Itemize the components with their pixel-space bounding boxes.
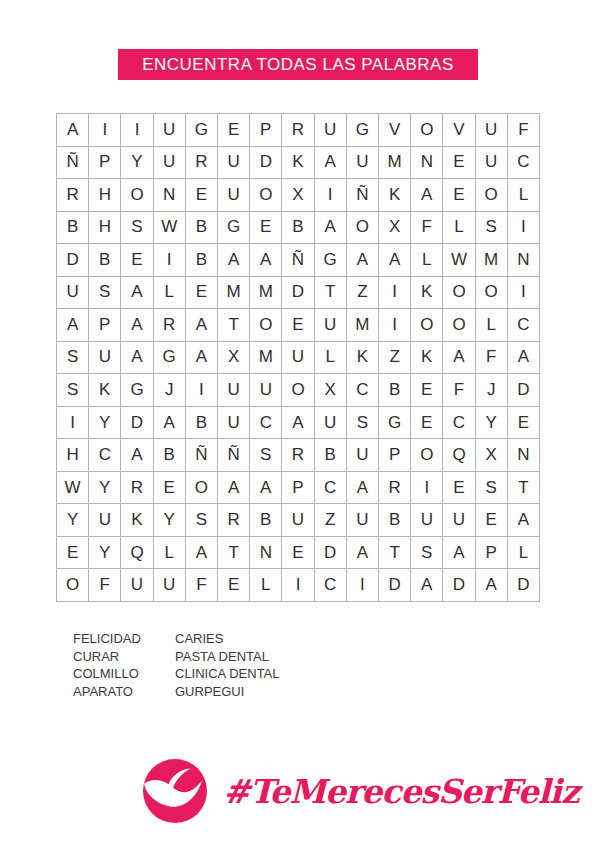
grid-cell[interactable]: I — [57, 407, 88, 439]
grid-cell[interactable]: O — [411, 309, 442, 341]
brand-footer: #TeMerecesSerFeliz — [143, 758, 579, 824]
grid-cell[interactable]: D — [282, 277, 313, 309]
grid-cell[interactable]: K — [379, 179, 410, 211]
grid-cell[interactable]: Y — [89, 537, 120, 569]
grid-cell[interactable]: A — [218, 472, 249, 504]
grid-cell[interactable]: Y — [89, 472, 120, 504]
grid-cell[interactable]: L — [508, 537, 539, 569]
grid-cell[interactable]: U — [218, 179, 249, 211]
grid-cell[interactable]: G — [121, 374, 152, 406]
grid-cell[interactable]: S — [476, 472, 507, 504]
word-item: CURAR — [73, 648, 175, 666]
grid-cell[interactable]: F — [411, 212, 442, 244]
grid-cell[interactable]: S — [411, 537, 442, 569]
grid-cell[interactable]: A — [315, 147, 346, 179]
grid-cell[interactable]: W — [57, 472, 88, 504]
grid-cell[interactable]: C — [508, 147, 539, 179]
grid-cell[interactable]: R — [218, 504, 249, 536]
grid-cell[interactable]: X — [282, 179, 313, 211]
grid-cell[interactable]: U — [347, 504, 378, 536]
grid-cell[interactable]: E — [250, 212, 281, 244]
grid-cell[interactable]: K — [411, 277, 442, 309]
grid-cell[interactable]: B — [379, 504, 410, 536]
grid-cell[interactable]: F — [186, 569, 217, 601]
grid-cell[interactable]: Z — [315, 504, 346, 536]
grid-cell[interactable]: Y — [476, 407, 507, 439]
grid-cell[interactable]: M — [250, 342, 281, 374]
grid-cell[interactable]: E — [443, 179, 474, 211]
grid-cell[interactable]: U — [476, 114, 507, 146]
grid-cell[interactable]: L — [250, 569, 281, 601]
grid-cell[interactable]: K — [89, 374, 120, 406]
grid-cell[interactable]: R — [379, 472, 410, 504]
grid-cell[interactable]: E — [121, 244, 152, 276]
grid-cell[interactable]: T — [218, 309, 249, 341]
grid-cell[interactable]: U — [121, 569, 152, 601]
grid-cell[interactable]: X — [379, 212, 410, 244]
grid-cell[interactable]: C — [250, 407, 281, 439]
grid-cell[interactable]: G — [154, 342, 185, 374]
grid-cell[interactable]: C — [508, 309, 539, 341]
grid-cell[interactable]: I — [89, 114, 120, 146]
grid-cell[interactable]: A — [443, 537, 474, 569]
grid-cell[interactable]: A — [57, 114, 88, 146]
grid-cell[interactable]: C — [347, 374, 378, 406]
grid-cell[interactable]: V — [443, 114, 474, 146]
grid-cell[interactable]: Z — [347, 277, 378, 309]
grid-cell[interactable]: U — [154, 114, 185, 146]
grid-cell[interactable]: D — [508, 569, 539, 601]
grid-cell[interactable]: X — [315, 374, 346, 406]
grid-cell[interactable]: C — [315, 472, 346, 504]
grid-cell[interactable]: B — [250, 504, 281, 536]
grid-cell[interactable]: A — [57, 309, 88, 341]
grid-cell[interactable]: X — [476, 439, 507, 471]
grid-cell[interactable]: U — [411, 504, 442, 536]
grid-cell[interactable]: I — [379, 277, 410, 309]
grid-cell[interactable]: K — [347, 342, 378, 374]
grid-cell[interactable]: U — [476, 147, 507, 179]
grid-cell[interactable]: P — [282, 472, 313, 504]
grid-cell[interactable]: S — [89, 277, 120, 309]
word-list-column-2: CARIES PASTA DENTAL CLINICA DENTAL GURPE… — [175, 630, 280, 700]
grid-cell[interactable]: I — [186, 374, 217, 406]
grid-cell[interactable]: G — [347, 114, 378, 146]
grid-cell[interactable]: O — [282, 374, 313, 406]
grid-cell[interactable]: R — [154, 309, 185, 341]
smile-swoosh-icon — [143, 759, 207, 823]
grid-cell[interactable]: N — [250, 537, 281, 569]
grid-cell[interactable]: Ñ — [57, 147, 88, 179]
grid-cell[interactable]: U — [218, 374, 249, 406]
grid-cell[interactable]: B — [89, 244, 120, 276]
grid-cell[interactable]: K — [121, 504, 152, 536]
grid-cell[interactable]: O — [186, 472, 217, 504]
grid-cell[interactable]: D — [508, 374, 539, 406]
grid-cell[interactable]: S — [476, 212, 507, 244]
grid-cell[interactable]: H — [57, 439, 88, 471]
grid-cell[interactable]: S — [57, 374, 88, 406]
word-item: APARATO — [73, 683, 175, 701]
grid-cell[interactable]: D — [57, 244, 88, 276]
grid-cell[interactable]: A — [186, 309, 217, 341]
grid-cell[interactable]: U — [218, 147, 249, 179]
grid-cell[interactable]: D — [379, 569, 410, 601]
word-list-column-1: FELICIDAD CURAR COLMILLO APARATO — [73, 630, 175, 700]
grid-cell[interactable]: O — [476, 179, 507, 211]
grid-cell[interactable]: U — [57, 277, 88, 309]
grid-cell[interactable]: M — [250, 277, 281, 309]
word-item: PASTA DENTAL — [175, 648, 280, 666]
grid-cell[interactable]: Y — [89, 407, 120, 439]
grid-cell[interactable]: R — [57, 179, 88, 211]
grid-cell[interactable]: A — [347, 537, 378, 569]
grid-cell[interactable]: A — [250, 244, 281, 276]
word-grid: AIIUGEPRUGVOVUFÑPYURUDKAUMNEUCRHONEUOXIÑ… — [56, 113, 540, 602]
grid-cell[interactable]: V — [379, 114, 410, 146]
grid-cell[interactable]: E — [411, 374, 442, 406]
grid-cell[interactable]: B — [282, 212, 313, 244]
grid-cell[interactable]: S — [121, 212, 152, 244]
grid-cell[interactable]: O — [347, 212, 378, 244]
grid-cell[interactable]: I — [315, 179, 346, 211]
grid-cell[interactable]: I — [411, 472, 442, 504]
grid-cell[interactable]: W — [443, 244, 474, 276]
grid-cell[interactable]: B — [379, 374, 410, 406]
grid-cell[interactable]: E — [186, 277, 217, 309]
grid-cell[interactable]: T — [508, 472, 539, 504]
grid-cell[interactable]: J — [154, 374, 185, 406]
grid-cell[interactable]: O — [443, 277, 474, 309]
grid-cell[interactable]: F — [89, 569, 120, 601]
grid-cell[interactable]: Q — [443, 439, 474, 471]
grid-cell[interactable]: G — [315, 244, 346, 276]
grid-cell[interactable]: E — [282, 309, 313, 341]
grid-cell[interactable]: M — [379, 147, 410, 179]
grid-cell[interactable]: J — [476, 374, 507, 406]
grid-cell[interactable]: U — [89, 504, 120, 536]
grid-cell[interactable]: E — [508, 407, 539, 439]
grid-cell[interactable]: P — [89, 147, 120, 179]
grid-cell[interactable]: U — [250, 374, 281, 406]
grid-cell[interactable]: O — [476, 277, 507, 309]
grid-cell[interactable]: C — [89, 439, 120, 471]
grid-cell[interactable]: U — [347, 439, 378, 471]
grid-cell[interactable]: A — [121, 439, 152, 471]
grid-cell[interactable]: G — [379, 407, 410, 439]
grid-cell[interactable]: T — [379, 537, 410, 569]
grid-cell[interactable]: I — [121, 114, 152, 146]
grid-cell[interactable]: N — [508, 244, 539, 276]
grid-cell[interactable]: E — [443, 147, 474, 179]
grid-cell[interactable]: H — [89, 179, 120, 211]
grid-cell[interactable]: D — [121, 407, 152, 439]
grid-cell[interactable]: A — [282, 407, 313, 439]
grid-cell[interactable]: P — [476, 537, 507, 569]
grid-cell[interactable]: A — [379, 244, 410, 276]
grid-cell[interactable]: O — [250, 309, 281, 341]
grid-cell[interactable]: U — [315, 407, 346, 439]
grid-cell[interactable]: E — [218, 114, 249, 146]
grid-cell[interactable]: A — [186, 342, 217, 374]
grid-cell[interactable]: F — [508, 114, 539, 146]
grid-cell[interactable]: U — [443, 504, 474, 536]
grid-cell[interactable]: M — [476, 244, 507, 276]
grid-cell[interactable]: G — [186, 114, 217, 146]
grid-cell[interactable]: T — [218, 537, 249, 569]
grid-cell[interactable]: N — [508, 439, 539, 471]
grid-cell[interactable]: L — [154, 537, 185, 569]
grid-cell[interactable]: Z — [379, 342, 410, 374]
grid-cell[interactable]: R — [186, 147, 217, 179]
grid-cell[interactable]: A — [443, 342, 474, 374]
grid-cell[interactable]: M — [347, 309, 378, 341]
grid-cell[interactable]: U — [347, 147, 378, 179]
grid-cell[interactable]: I — [508, 277, 539, 309]
grid-cell[interactable]: U — [315, 114, 346, 146]
grid-cell[interactable]: Ñ — [347, 179, 378, 211]
grid-cell[interactable]: C — [443, 407, 474, 439]
word-item: FELICIDAD — [73, 630, 175, 648]
grid-cell[interactable]: E — [218, 569, 249, 601]
grid-cell[interactable]: S — [347, 407, 378, 439]
grid-cell[interactable]: E — [186, 179, 217, 211]
grid-cell[interactable]: R — [282, 114, 313, 146]
grid-cell[interactable]: N — [411, 147, 442, 179]
grid-cell[interactable]: I — [379, 309, 410, 341]
grid-cell[interactable]: S — [57, 342, 88, 374]
grid-cell[interactable]: P — [89, 309, 120, 341]
grid-cell[interactable]: L — [154, 277, 185, 309]
grid-cell[interactable]: B — [186, 244, 217, 276]
grid-cell[interactable]: Ñ — [218, 439, 249, 471]
grid-cell[interactable]: A — [186, 537, 217, 569]
grid-cell[interactable]: S — [186, 504, 217, 536]
grid-cell[interactable]: K — [411, 342, 442, 374]
grid-cell[interactable]: U — [154, 569, 185, 601]
grid-cell[interactable]: B — [315, 439, 346, 471]
grid-cell[interactable]: N — [154, 179, 185, 211]
grid-cell[interactable]: E — [476, 504, 507, 536]
grid-cell[interactable]: T — [315, 277, 346, 309]
grid-cell[interactable]: S — [250, 439, 281, 471]
grid-cell[interactable]: O — [443, 309, 474, 341]
grid-cell[interactable]: X — [218, 342, 249, 374]
grid-cell[interactable]: G — [218, 212, 249, 244]
grid-cell[interactable]: O — [411, 114, 442, 146]
grid-cell[interactable]: Y — [121, 147, 152, 179]
grid-cell[interactable]: C — [315, 569, 346, 601]
grid-cell[interactable]: U — [154, 147, 185, 179]
grid-cell[interactable]: A — [411, 569, 442, 601]
grid-cell[interactable]: A — [315, 212, 346, 244]
grid-cell[interactable]: L — [443, 212, 474, 244]
word-list: FELICIDAD CURAR COLMILLO APARATO CARIES … — [73, 630, 280, 700]
grid-cell[interactable]: A — [121, 277, 152, 309]
grid-cell[interactable]: F — [443, 374, 474, 406]
grid-cell[interactable]: I — [508, 212, 539, 244]
grid-cell[interactable]: Y — [57, 504, 88, 536]
grid-cell[interactable]: E — [57, 537, 88, 569]
grid-cell[interactable]: I — [347, 569, 378, 601]
grid-cell[interactable]: M — [218, 277, 249, 309]
grid-cell[interactable]: U — [315, 309, 346, 341]
grid-cell[interactable]: D — [315, 537, 346, 569]
grid-cell[interactable]: R — [282, 439, 313, 471]
grid-cell[interactable]: E — [443, 472, 474, 504]
grid-cell[interactable]: L — [476, 309, 507, 341]
grid-cell[interactable]: P — [379, 439, 410, 471]
grid-cell[interactable]: B — [186, 212, 217, 244]
grid-cell[interactable]: A — [154, 407, 185, 439]
grid-cell[interactable]: U — [282, 504, 313, 536]
word-item: GURPEGUI — [175, 683, 280, 701]
word-item: CARIES — [175, 630, 280, 648]
grid-cell[interactable]: I — [154, 244, 185, 276]
grid-cell[interactable]: A — [250, 472, 281, 504]
grid-cell[interactable]: O — [121, 179, 152, 211]
grid-cell[interactable]: A — [508, 342, 539, 374]
hashtag-text: #TeMerecesSerFeliz — [223, 772, 579, 811]
grid-cell[interactable]: A — [121, 309, 152, 341]
page-title: ENCUENTRA TODAS LAS PALABRAS — [142, 55, 454, 75]
grid-cell[interactable]: U — [89, 342, 120, 374]
grid-cell[interactable]: O — [57, 569, 88, 601]
word-item: CLINICA DENTAL — [175, 665, 280, 683]
grid-cell[interactable]: O — [250, 179, 281, 211]
grid-cell[interactable]: E — [411, 407, 442, 439]
grid-cell[interactable]: E — [282, 537, 313, 569]
grid-cell[interactable]: F — [476, 342, 507, 374]
grid-cell[interactable]: K — [282, 147, 313, 179]
word-item: COLMILLO — [73, 665, 175, 683]
grid-cell[interactable]: E — [154, 472, 185, 504]
grid-cell[interactable]: L — [315, 342, 346, 374]
grid-cell[interactable]: H — [89, 212, 120, 244]
grid-cell[interactable]: A — [121, 342, 152, 374]
grid-cell[interactable]: D — [443, 569, 474, 601]
title-banner: ENCUENTRA TODAS LAS PALABRAS — [118, 49, 478, 80]
grid-cell[interactable]: A — [347, 472, 378, 504]
grid-cell[interactable]: O — [411, 439, 442, 471]
grid-cell[interactable]: A — [347, 244, 378, 276]
grid-cell[interactable]: D — [250, 147, 281, 179]
grid-cell[interactable]: B — [186, 407, 217, 439]
grid-cell[interactable]: B — [154, 439, 185, 471]
grid-cell[interactable]: U — [218, 407, 249, 439]
grid-cell[interactable]: L — [411, 244, 442, 276]
grid-cell[interactable]: A — [218, 244, 249, 276]
grid-cell[interactable]: Ñ — [282, 244, 313, 276]
grid-cell[interactable]: Q — [121, 537, 152, 569]
grid-cell[interactable]: Y — [154, 504, 185, 536]
grid-cell[interactable]: U — [282, 342, 313, 374]
grid-cell[interactable]: A — [476, 569, 507, 601]
grid-cell[interactable]: R — [121, 472, 152, 504]
grid-cell[interactable]: I — [282, 569, 313, 601]
grid-cell[interactable]: W — [154, 212, 185, 244]
grid-cell[interactable]: A — [411, 179, 442, 211]
grid-cell[interactable]: P — [250, 114, 281, 146]
grid-cell[interactable]: Ñ — [186, 439, 217, 471]
grid-cell[interactable]: B — [57, 212, 88, 244]
grid-cell[interactable]: A — [508, 504, 539, 536]
grid-cell[interactable]: L — [508, 179, 539, 211]
